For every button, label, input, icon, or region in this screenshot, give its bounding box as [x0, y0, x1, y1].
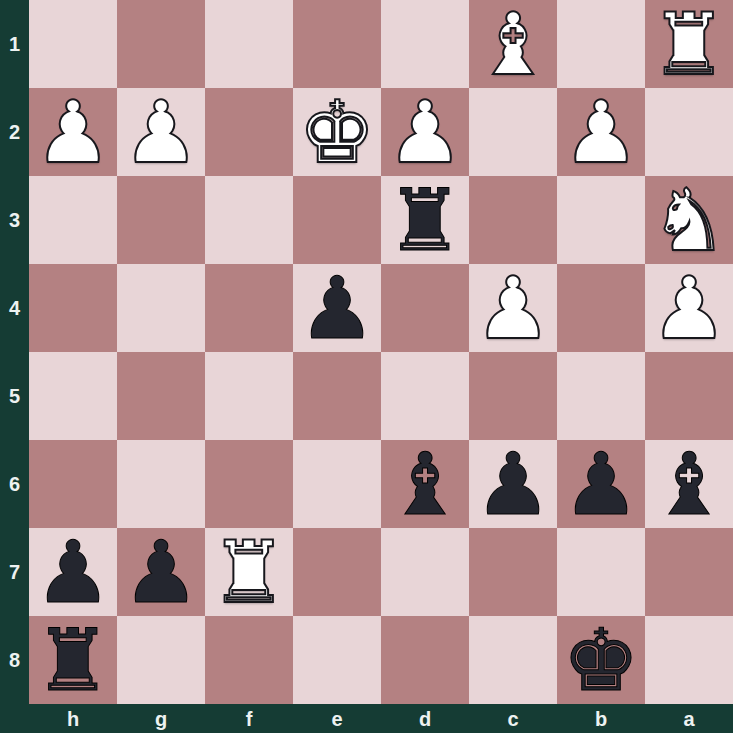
square-h2[interactable]: ♟: [29, 88, 117, 176]
black-bishop[interactable]: ♝: [386, 441, 463, 527]
black-pawn[interactable]: ♟: [34, 529, 111, 615]
square-c7[interactable]: [469, 528, 557, 616]
square-g4[interactable]: [117, 264, 205, 352]
white-pawn[interactable]: ♟: [650, 265, 727, 351]
rank-label-8: 8: [0, 616, 29, 704]
white-bishop[interactable]: ♝: [474, 1, 551, 87]
square-f6[interactable]: [205, 440, 293, 528]
square-e4[interactable]: ♟: [293, 264, 381, 352]
rank-label-2: 2: [0, 88, 29, 176]
square-b5[interactable]: [557, 352, 645, 440]
rank-label-7: 7: [0, 528, 29, 616]
square-h5[interactable]: [29, 352, 117, 440]
square-d4[interactable]: [381, 264, 469, 352]
square-b8[interactable]: ♚: [557, 616, 645, 704]
square-e2[interactable]: ♚: [293, 88, 381, 176]
white-pawn[interactable]: ♟: [386, 89, 463, 175]
file-label-e: e: [293, 704, 381, 733]
square-e1[interactable]: [293, 0, 381, 88]
black-pawn[interactable]: ♟: [562, 441, 639, 527]
square-b2[interactable]: ♟: [557, 88, 645, 176]
square-d3[interactable]: ♜: [381, 176, 469, 264]
black-bishop[interactable]: ♝: [650, 441, 727, 527]
square-c4[interactable]: ♟: [469, 264, 557, 352]
square-g8[interactable]: [117, 616, 205, 704]
square-e6[interactable]: [293, 440, 381, 528]
square-a1[interactable]: ♜: [645, 0, 733, 88]
white-knight[interactable]: ♞: [650, 177, 727, 263]
square-e3[interactable]: [293, 176, 381, 264]
square-e7[interactable]: [293, 528, 381, 616]
square-g3[interactable]: [117, 176, 205, 264]
white-pawn[interactable]: ♟: [474, 265, 551, 351]
square-h4[interactable]: [29, 264, 117, 352]
square-h8[interactable]: ♜: [29, 616, 117, 704]
square-f2[interactable]: [205, 88, 293, 176]
square-f4[interactable]: [205, 264, 293, 352]
square-e8[interactable]: [293, 616, 381, 704]
black-king[interactable]: ♚: [562, 617, 639, 703]
square-a3[interactable]: ♞: [645, 176, 733, 264]
black-rook[interactable]: ♜: [386, 177, 463, 263]
file-label-h: h: [29, 704, 117, 733]
square-f3[interactable]: [205, 176, 293, 264]
square-d6[interactable]: ♝: [381, 440, 469, 528]
square-g5[interactable]: [117, 352, 205, 440]
square-a8[interactable]: [645, 616, 733, 704]
black-pawn[interactable]: ♟: [298, 265, 375, 351]
square-f8[interactable]: [205, 616, 293, 704]
square-f5[interactable]: [205, 352, 293, 440]
file-label-f: f: [205, 704, 293, 733]
file-label-g: g: [117, 704, 205, 733]
square-h1[interactable]: [29, 0, 117, 88]
square-d8[interactable]: [381, 616, 469, 704]
square-d7[interactable]: [381, 528, 469, 616]
file-label-a: a: [645, 704, 733, 733]
square-a4[interactable]: ♟: [645, 264, 733, 352]
square-c6[interactable]: ♟: [469, 440, 557, 528]
chess-board: ♝♜♟♟♚♟♟♜♞♟♟♟♝♟♟♝♟♟♜♜♚: [29, 0, 733, 704]
file-label-c: c: [469, 704, 557, 733]
white-pawn[interactable]: ♟: [562, 89, 639, 175]
square-c5[interactable]: [469, 352, 557, 440]
chess-board-frame: 12345678 ♝♜♟♟♚♟♟♜♞♟♟♟♝♟♟♝♟♟♜♜♚ hgfedcba: [0, 0, 733, 733]
square-b6[interactable]: ♟: [557, 440, 645, 528]
square-b4[interactable]: [557, 264, 645, 352]
square-a7[interactable]: [645, 528, 733, 616]
black-pawn[interactable]: ♟: [122, 529, 199, 615]
square-c1[interactable]: ♝: [469, 0, 557, 88]
square-b3[interactable]: [557, 176, 645, 264]
square-d1[interactable]: [381, 0, 469, 88]
black-pawn[interactable]: ♟: [474, 441, 551, 527]
square-d5[interactable]: [381, 352, 469, 440]
rank-label-5: 5: [0, 352, 29, 440]
rank-label-1: 1: [0, 0, 29, 88]
square-g2[interactable]: ♟: [117, 88, 205, 176]
white-pawn[interactable]: ♟: [34, 89, 111, 175]
rank-label-3: 3: [0, 176, 29, 264]
square-h3[interactable]: [29, 176, 117, 264]
file-label-b: b: [557, 704, 645, 733]
square-g6[interactable]: [117, 440, 205, 528]
square-d2[interactable]: ♟: [381, 88, 469, 176]
square-h7[interactable]: ♟: [29, 528, 117, 616]
square-c3[interactable]: [469, 176, 557, 264]
white-rook[interactable]: ♜: [210, 529, 287, 615]
square-a5[interactable]: [645, 352, 733, 440]
square-b1[interactable]: [557, 0, 645, 88]
square-f1[interactable]: [205, 0, 293, 88]
square-b7[interactable]: [557, 528, 645, 616]
rank-label-4: 4: [0, 264, 29, 352]
square-c2[interactable]: [469, 88, 557, 176]
square-h6[interactable]: [29, 440, 117, 528]
file-labels: hgfedcba: [29, 704, 733, 733]
white-king[interactable]: ♚: [298, 89, 375, 175]
file-label-d: d: [381, 704, 469, 733]
square-g1[interactable]: [117, 0, 205, 88]
white-pawn[interactable]: ♟: [122, 89, 199, 175]
square-a6[interactable]: ♝: [645, 440, 733, 528]
square-c8[interactable]: [469, 616, 557, 704]
square-g7[interactable]: ♟: [117, 528, 205, 616]
square-e5[interactable]: [293, 352, 381, 440]
square-f7[interactable]: ♜: [205, 528, 293, 616]
square-a2[interactable]: [645, 88, 733, 176]
rank-label-6: 6: [0, 440, 29, 528]
white-rook[interactable]: ♜: [650, 1, 727, 87]
black-rook[interactable]: ♜: [34, 617, 111, 703]
rank-labels: 12345678: [0, 0, 29, 704]
